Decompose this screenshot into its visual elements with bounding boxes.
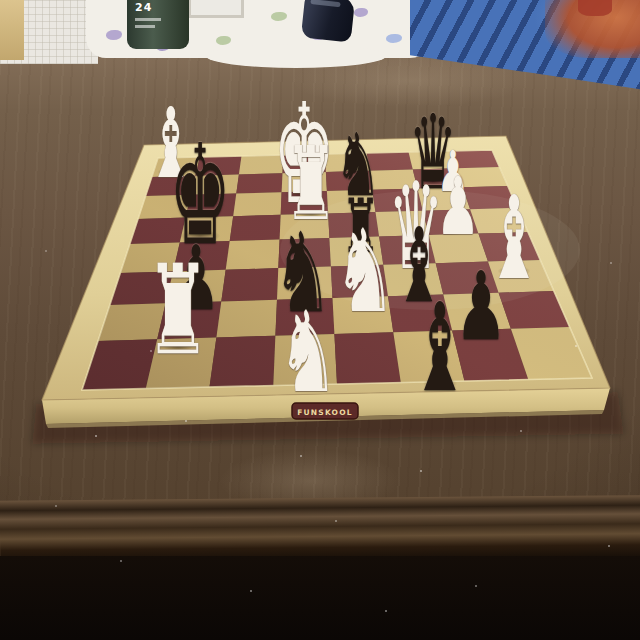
- piece-white-knight-e3[interactable]: ♞: [334, 215, 396, 330]
- dust-specks: [0, 0, 2, 2]
- pieces-layer: ♝♛♟♞♚♜♟♚♜♛♝♝♟♞♞♟♜♝♞: [0, 0, 640, 640]
- piece-white-knight-d1[interactable]: ♞: [278, 297, 338, 409]
- piece-white-rook-b2[interactable]: ♜: [146, 249, 210, 373]
- piece-black-bishop-f1[interactable]: ♝: [410, 287, 470, 409]
- photo-scene: 24 FUNSKOOL ♝♛♟♞♚♜♟♚♜♛♝♝♟♞♞♟♜♝♞: [0, 0, 640, 640]
